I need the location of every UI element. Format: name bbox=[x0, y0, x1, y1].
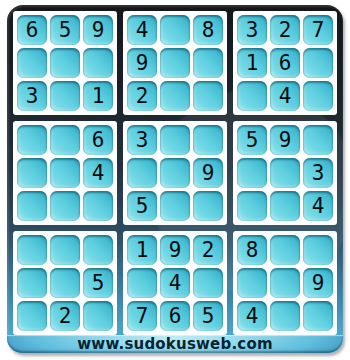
cell-r7c2[interactable] bbox=[50, 235, 80, 265]
cell-r9c7[interactable]: 4 bbox=[237, 301, 267, 331]
cell-r1c7[interactable]: 3 bbox=[237, 15, 267, 45]
box-6: 5934 bbox=[233, 121, 337, 225]
cell-r4c1[interactable] bbox=[17, 125, 47, 155]
cell-r2c7[interactable]: 1 bbox=[237, 48, 267, 78]
cell-r6c6[interactable] bbox=[193, 191, 223, 221]
box-2: 4892 bbox=[123, 11, 227, 115]
cell-r3c6[interactable] bbox=[193, 81, 223, 111]
box-7: 52 bbox=[13, 231, 117, 335]
cell-r1c1[interactable]: 6 bbox=[17, 15, 47, 45]
cell-r7c7[interactable]: 8 bbox=[237, 235, 267, 265]
cell-r9c8[interactable] bbox=[270, 301, 300, 331]
cell-r5c9[interactable]: 3 bbox=[303, 158, 333, 188]
cell-r4c7[interactable]: 5 bbox=[237, 125, 267, 155]
cell-r9c4[interactable]: 7 bbox=[127, 301, 157, 331]
cell-r1c6[interactable]: 8 bbox=[193, 15, 223, 45]
cell-r3c3[interactable]: 1 bbox=[83, 81, 113, 111]
cell-r6c9[interactable]: 4 bbox=[303, 191, 333, 221]
cell-r7c1[interactable] bbox=[17, 235, 47, 265]
cell-r4c4[interactable]: 3 bbox=[127, 125, 157, 155]
cell-r2c2[interactable] bbox=[50, 48, 80, 78]
cell-r6c3[interactable] bbox=[83, 191, 113, 221]
cell-r8c1[interactable] bbox=[17, 268, 47, 298]
cell-r8c7[interactable] bbox=[237, 268, 267, 298]
cell-r8c2[interactable] bbox=[50, 268, 80, 298]
cell-r9c9[interactable] bbox=[303, 301, 333, 331]
board-frame: 659314892327164643955934521924765894 www… bbox=[7, 5, 343, 353]
cell-r6c7[interactable] bbox=[237, 191, 267, 221]
cell-r3c4[interactable]: 2 bbox=[127, 81, 157, 111]
cell-r6c5[interactable] bbox=[160, 191, 190, 221]
cell-r8c4[interactable] bbox=[127, 268, 157, 298]
cell-r3c7[interactable] bbox=[237, 81, 267, 111]
cell-r6c4[interactable]: 5 bbox=[127, 191, 157, 221]
cell-r9c5[interactable]: 6 bbox=[160, 301, 190, 331]
cell-r4c9[interactable] bbox=[303, 125, 333, 155]
cell-r2c9[interactable] bbox=[303, 48, 333, 78]
box-1: 65931 bbox=[13, 11, 117, 115]
sudoku-board: 659314892327164643955934521924765894 bbox=[13, 11, 337, 335]
cell-r8c5[interactable]: 4 bbox=[160, 268, 190, 298]
cell-r5c7[interactable] bbox=[237, 158, 267, 188]
cell-r2c3[interactable] bbox=[83, 48, 113, 78]
cell-r8c8[interactable] bbox=[270, 268, 300, 298]
cell-r1c5[interactable] bbox=[160, 15, 190, 45]
cell-r9c6[interactable]: 5 bbox=[193, 301, 223, 331]
cell-r3c9[interactable] bbox=[303, 81, 333, 111]
cell-r2c5[interactable] bbox=[160, 48, 190, 78]
cell-r3c1[interactable]: 3 bbox=[17, 81, 47, 111]
cell-r1c4[interactable]: 4 bbox=[127, 15, 157, 45]
cell-r1c9[interactable]: 7 bbox=[303, 15, 333, 45]
box-4: 64 bbox=[13, 121, 117, 225]
cell-r2c8[interactable]: 6 bbox=[270, 48, 300, 78]
cell-r4c8[interactable]: 9 bbox=[270, 125, 300, 155]
cell-r5c4[interactable] bbox=[127, 158, 157, 188]
cell-r7c8[interactable] bbox=[270, 235, 300, 265]
cell-r5c8[interactable] bbox=[270, 158, 300, 188]
box-3: 327164 bbox=[233, 11, 337, 115]
cell-r3c5[interactable] bbox=[160, 81, 190, 111]
box-9: 894 bbox=[233, 231, 337, 335]
cell-r7c6[interactable]: 2 bbox=[193, 235, 223, 265]
cell-r3c2[interactable] bbox=[50, 81, 80, 111]
cell-r4c3[interactable]: 6 bbox=[83, 125, 113, 155]
site-url[interactable]: www.sudokusweb.com bbox=[77, 335, 272, 353]
cell-r2c6[interactable] bbox=[193, 48, 223, 78]
cell-r8c9[interactable]: 9 bbox=[303, 268, 333, 298]
sudoku-widget: 659314892327164643955934521924765894 www… bbox=[0, 0, 350, 360]
cell-r5c2[interactable] bbox=[50, 158, 80, 188]
box-5: 395 bbox=[123, 121, 227, 225]
cell-r5c3[interactable]: 4 bbox=[83, 158, 113, 188]
cell-r7c4[interactable]: 1 bbox=[127, 235, 157, 265]
cell-r8c3[interactable]: 5 bbox=[83, 268, 113, 298]
cell-r7c5[interactable]: 9 bbox=[160, 235, 190, 265]
cell-r3c8[interactable]: 4 bbox=[270, 81, 300, 111]
cell-r6c8[interactable] bbox=[270, 191, 300, 221]
cell-r4c2[interactable] bbox=[50, 125, 80, 155]
cell-r5c6[interactable]: 9 bbox=[193, 158, 223, 188]
cell-r9c1[interactable] bbox=[17, 301, 47, 331]
cell-r9c2[interactable]: 2 bbox=[50, 301, 80, 331]
cell-r7c3[interactable] bbox=[83, 235, 113, 265]
cell-r6c2[interactable] bbox=[50, 191, 80, 221]
cell-r1c8[interactable]: 2 bbox=[270, 15, 300, 45]
cell-r1c3[interactable]: 9 bbox=[83, 15, 113, 45]
cell-r2c1[interactable] bbox=[17, 48, 47, 78]
cell-r7c9[interactable] bbox=[303, 235, 333, 265]
cell-r4c5[interactable] bbox=[160, 125, 190, 155]
footer-link[interactable]: www.sudokusweb.com bbox=[7, 335, 343, 353]
cell-r9c3[interactable] bbox=[83, 301, 113, 331]
cell-r1c2[interactable]: 5 bbox=[50, 15, 80, 45]
cell-r6c1[interactable] bbox=[17, 191, 47, 221]
cell-r2c4[interactable]: 9 bbox=[127, 48, 157, 78]
cell-r5c1[interactable] bbox=[17, 158, 47, 188]
cell-r5c5[interactable] bbox=[160, 158, 190, 188]
cell-r8c6[interactable] bbox=[193, 268, 223, 298]
box-8: 1924765 bbox=[123, 231, 227, 335]
cell-r4c6[interactable] bbox=[193, 125, 223, 155]
